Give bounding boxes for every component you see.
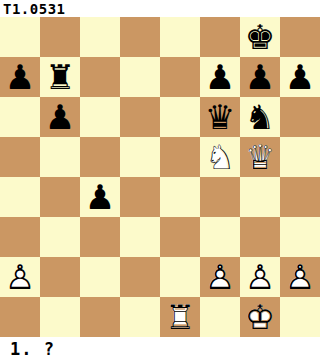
square-d6[interactable] bbox=[120, 97, 160, 137]
square-a5[interactable] bbox=[0, 137, 40, 177]
square-a6[interactable] bbox=[0, 97, 40, 137]
square-e7[interactable] bbox=[160, 57, 200, 97]
piece-black-pawn: ♟ bbox=[80, 177, 120, 217]
square-e6[interactable] bbox=[160, 97, 200, 137]
square-b4[interactable] bbox=[40, 177, 80, 217]
piece-black-pawn: ♟ bbox=[280, 57, 320, 97]
square-d2[interactable] bbox=[120, 257, 160, 297]
square-g5[interactable]: ♛♕ bbox=[240, 137, 280, 177]
square-h8[interactable] bbox=[280, 17, 320, 57]
piece-black-pawn: ♟ bbox=[200, 57, 240, 97]
square-g2[interactable]: ♟♙ bbox=[240, 257, 280, 297]
piece-black-knight: ♞ bbox=[240, 97, 280, 137]
move-number-prompt: 1. ? bbox=[0, 337, 320, 360]
square-h5[interactable] bbox=[280, 137, 320, 177]
square-d8[interactable] bbox=[120, 17, 160, 57]
square-c1[interactable] bbox=[80, 297, 120, 337]
piece-white-knight: ♘ bbox=[200, 137, 240, 177]
square-c5[interactable] bbox=[80, 137, 120, 177]
square-a7[interactable]: ♟ bbox=[0, 57, 40, 97]
square-e2[interactable] bbox=[160, 257, 200, 297]
square-h4[interactable] bbox=[280, 177, 320, 217]
square-d1[interactable] bbox=[120, 297, 160, 337]
square-d7[interactable] bbox=[120, 57, 160, 97]
square-c7[interactable] bbox=[80, 57, 120, 97]
piece-white-pawn: ♙ bbox=[200, 257, 240, 297]
square-a1[interactable] bbox=[0, 297, 40, 337]
square-e3[interactable] bbox=[160, 217, 200, 257]
square-d3[interactable] bbox=[120, 217, 160, 257]
square-f6[interactable]: ♛ bbox=[200, 97, 240, 137]
square-b3[interactable] bbox=[40, 217, 80, 257]
square-e4[interactable] bbox=[160, 177, 200, 217]
piece-white-pawn: ♙ bbox=[0, 257, 40, 297]
piece-white-pawn: ♙ bbox=[240, 257, 280, 297]
square-g7[interactable]: ♟ bbox=[240, 57, 280, 97]
square-h3[interactable] bbox=[280, 217, 320, 257]
square-c3[interactable] bbox=[80, 217, 120, 257]
square-c6[interactable] bbox=[80, 97, 120, 137]
square-e5[interactable] bbox=[160, 137, 200, 177]
square-h6[interactable] bbox=[280, 97, 320, 137]
square-a3[interactable] bbox=[0, 217, 40, 257]
square-f7[interactable]: ♟ bbox=[200, 57, 240, 97]
square-g1[interactable]: ♚♔ bbox=[240, 297, 280, 337]
square-g4[interactable] bbox=[240, 177, 280, 217]
square-e8[interactable] bbox=[160, 17, 200, 57]
square-b5[interactable] bbox=[40, 137, 80, 177]
piece-black-rook: ♜ bbox=[40, 57, 80, 97]
square-b8[interactable] bbox=[40, 17, 80, 57]
square-a4[interactable] bbox=[0, 177, 40, 217]
piece-black-queen: ♛ bbox=[200, 97, 240, 137]
square-c8[interactable] bbox=[80, 17, 120, 57]
square-b2[interactable] bbox=[40, 257, 80, 297]
square-b1[interactable] bbox=[40, 297, 80, 337]
piece-black-pawn: ♟ bbox=[0, 57, 40, 97]
square-d4[interactable] bbox=[120, 177, 160, 217]
square-g8[interactable]: ♚ bbox=[240, 17, 280, 57]
piece-white-pawn: ♙ bbox=[280, 257, 320, 297]
square-g3[interactable] bbox=[240, 217, 280, 257]
piece-white-queen: ♕ bbox=[240, 137, 280, 177]
piece-white-king: ♔ bbox=[240, 297, 280, 337]
square-f8[interactable] bbox=[200, 17, 240, 57]
square-b7[interactable]: ♜ bbox=[40, 57, 80, 97]
chess-board: ♚♟♜♟♟♟♟♛♞♞♘♛♕♟♟♙♟♙♟♙♟♙♜♖♚♔ bbox=[0, 17, 320, 337]
piece-white-rook: ♖ bbox=[160, 297, 200, 337]
puzzle-title: T1.0531 bbox=[0, 0, 320, 17]
square-f1[interactable] bbox=[200, 297, 240, 337]
square-h2[interactable]: ♟♙ bbox=[280, 257, 320, 297]
square-e1[interactable]: ♜♖ bbox=[160, 297, 200, 337]
square-c2[interactable] bbox=[80, 257, 120, 297]
square-g6[interactable]: ♞ bbox=[240, 97, 280, 137]
square-a2[interactable]: ♟♙ bbox=[0, 257, 40, 297]
square-f2[interactable]: ♟♙ bbox=[200, 257, 240, 297]
piece-black-pawn: ♟ bbox=[240, 57, 280, 97]
square-c4[interactable]: ♟ bbox=[80, 177, 120, 217]
square-f4[interactable] bbox=[200, 177, 240, 217]
square-h1[interactable] bbox=[280, 297, 320, 337]
piece-black-pawn: ♟ bbox=[40, 97, 80, 137]
square-a8[interactable] bbox=[0, 17, 40, 57]
square-d5[interactable] bbox=[120, 137, 160, 177]
square-h7[interactable]: ♟ bbox=[280, 57, 320, 97]
square-f3[interactable] bbox=[200, 217, 240, 257]
piece-black-king: ♚ bbox=[240, 17, 280, 57]
square-f5[interactable]: ♞♘ bbox=[200, 137, 240, 177]
square-b6[interactable]: ♟ bbox=[40, 97, 80, 137]
